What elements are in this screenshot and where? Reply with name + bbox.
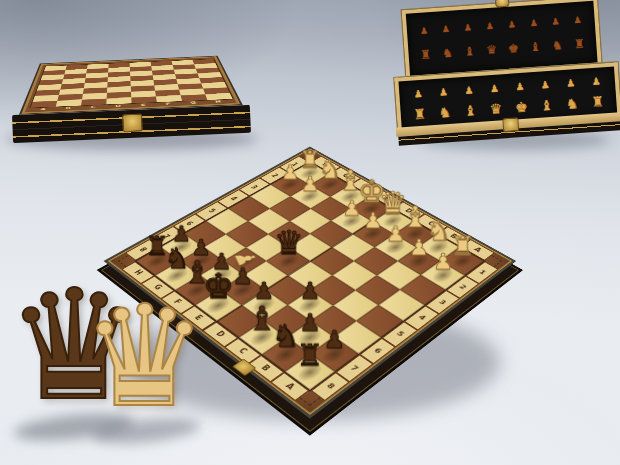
piece-white-pawn-a2: ♟ [424,251,461,275]
closed-box-letter-c: C [80,104,106,110]
piece-black-pawn-c6: ♟ [291,280,329,305]
stored-light-pawn: ♟ [515,81,525,92]
piece-black-rook-a8: ♜ [290,340,331,372]
stored-dark-rook: ♜ [574,38,586,51]
closed-box-letter-a: A [30,107,57,113]
stored-light-pawn: ♟ [566,78,576,89]
stored-light-pawn: ♟ [464,85,474,96]
piece-black-queen-e5: ♛ [270,226,306,261]
stored-dark-pawn: ♟ [551,17,560,27]
studio-scene: ABCDEFGH ♟♟♟♟♟♟♟♟ ♜♞♝♛♚♝♞♜ ♟♟♟♟♟♟♟♟ ♜♞♝♛… [0,0,620,465]
stored-dark-pawn: ♟ [464,23,473,33]
stored-dark-pawn: ♟ [485,21,494,31]
stored-dark-pawn: ♟ [573,15,582,25]
open-box-dark-major-row: ♜♞♝♛♚♝♞♜ [408,37,596,62]
open-box-dark-pawn-row: ♟♟♟♟♟♟♟♟ [407,14,595,36]
stored-dark-bishop: ♝ [530,41,542,54]
stored-light-rook: ♜ [591,95,605,110]
stored-light-pawn: ♟ [540,80,550,91]
stored-dark-king: ♚ [508,42,520,55]
closed-box-letter-b: B [55,106,81,112]
light-queen-glyph: ♛ [82,275,208,438]
stored-dark-knight: ♞ [552,39,564,52]
stored-dark-knight: ♞ [442,47,454,60]
stored-light-knight: ♞ [565,96,579,111]
stored-dark-pawn: ♟ [529,18,538,28]
stored-dark-pawn: ♟ [507,20,516,30]
foreground-light-queen: ♛ [82,287,208,427]
stored-light-pawn: ♟ [591,76,601,87]
stored-dark-bishop: ♝ [464,45,476,58]
stored-dark-rook: ♜ [420,49,432,62]
stored-light-pawn: ♟ [490,83,500,94]
stored-light-king: ♚ [515,100,529,115]
stored-light-bishop: ♝ [540,98,554,113]
stored-dark-pawn: ♟ [442,24,451,34]
stored-dark-queen: ♛ [486,44,498,57]
stored-dark-pawn: ♟ [420,26,429,36]
